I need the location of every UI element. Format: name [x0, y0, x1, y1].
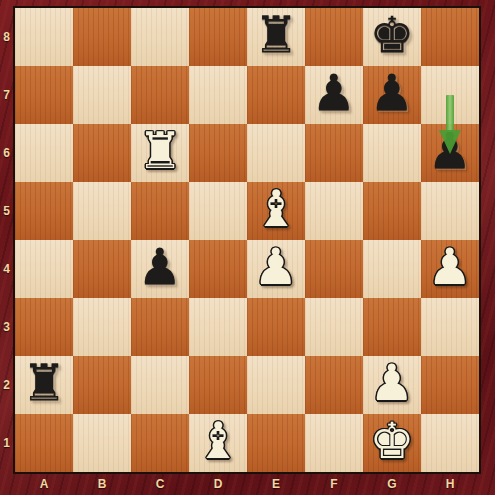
square-b1[interactable]: [73, 414, 131, 472]
square-d1[interactable]: ♝: [189, 414, 247, 472]
file-label-g: G: [363, 475, 421, 495]
black-pawn[interactable]: ♟: [428, 126, 473, 176]
square-f3[interactable]: [305, 298, 363, 356]
square-e1[interactable]: [247, 414, 305, 472]
white-pawn[interactable]: ♟: [254, 242, 299, 292]
square-b3[interactable]: [73, 298, 131, 356]
square-h7[interactable]: [421, 66, 479, 124]
square-g1[interactable]: ♚: [363, 414, 421, 472]
square-d5[interactable]: [189, 182, 247, 240]
square-c5[interactable]: [131, 182, 189, 240]
white-pawn[interactable]: ♟: [428, 242, 473, 292]
square-e5[interactable]: ♝: [247, 182, 305, 240]
file-label-f: F: [305, 475, 363, 495]
file-label-c: C: [131, 475, 189, 495]
square-a6[interactable]: [15, 124, 73, 182]
square-a2[interactable]: ♜: [15, 356, 73, 414]
white-king[interactable]: ♚: [370, 416, 415, 466]
board-outline: ♜♚♟♟♜♟♝♟♟♟♜♟♝♚: [13, 6, 481, 474]
square-d6[interactable]: [189, 124, 247, 182]
square-e3[interactable]: [247, 298, 305, 356]
chess-board: ♜♚♟♟♜♟♝♟♟♟♜♟♝♚: [15, 8, 479, 472]
black-rook[interactable]: ♜: [22, 358, 67, 408]
square-g8[interactable]: ♚: [363, 8, 421, 66]
white-rook[interactable]: ♜: [138, 126, 183, 176]
white-bishop[interactable]: ♝: [254, 184, 299, 234]
black-pawn[interactable]: ♟: [138, 242, 183, 292]
square-g5[interactable]: [363, 182, 421, 240]
rank-label-1: 1: [0, 414, 13, 472]
file-label-d: D: [189, 475, 247, 495]
square-e4[interactable]: ♟: [247, 240, 305, 298]
rank-label-3: 3: [0, 298, 13, 356]
square-g6[interactable]: [363, 124, 421, 182]
square-b2[interactable]: [73, 356, 131, 414]
rank-label-2: 2: [0, 356, 13, 414]
square-f6[interactable]: [305, 124, 363, 182]
black-pawn[interactable]: ♟: [370, 68, 415, 118]
square-b6[interactable]: [73, 124, 131, 182]
file-label-b: B: [73, 475, 131, 495]
rank-label-4: 4: [0, 240, 13, 298]
square-g4[interactable]: [363, 240, 421, 298]
square-e8[interactable]: ♜: [247, 8, 305, 66]
square-a7[interactable]: [15, 66, 73, 124]
square-h2[interactable]: [421, 356, 479, 414]
square-c2[interactable]: [131, 356, 189, 414]
square-f1[interactable]: [305, 414, 363, 472]
rank-label-5: 5: [0, 182, 13, 240]
square-h4[interactable]: ♟: [421, 240, 479, 298]
white-bishop[interactable]: ♝: [196, 416, 241, 466]
white-pawn[interactable]: ♟: [370, 358, 415, 408]
black-king[interactable]: ♚: [370, 10, 415, 60]
square-h1[interactable]: [421, 414, 479, 472]
square-h3[interactable]: [421, 298, 479, 356]
square-h6[interactable]: ♟: [421, 124, 479, 182]
square-c4[interactable]: ♟: [131, 240, 189, 298]
black-rook[interactable]: ♜: [254, 10, 299, 60]
square-c1[interactable]: [131, 414, 189, 472]
square-e2[interactable]: [247, 356, 305, 414]
chess-board-frame: ♜♚♟♟♜♟♝♟♟♟♜♟♝♚ 87654321 ABCDEFGH: [0, 0, 495, 495]
square-h5[interactable]: [421, 182, 479, 240]
rank-label-6: 6: [0, 124, 13, 182]
rank-label-8: 8: [0, 8, 13, 66]
square-d2[interactable]: [189, 356, 247, 414]
square-b5[interactable]: [73, 182, 131, 240]
square-f5[interactable]: [305, 182, 363, 240]
square-a1[interactable]: [15, 414, 73, 472]
square-a5[interactable]: [15, 182, 73, 240]
square-d3[interactable]: [189, 298, 247, 356]
square-f8[interactable]: [305, 8, 363, 66]
square-d7[interactable]: [189, 66, 247, 124]
square-a4[interactable]: [15, 240, 73, 298]
square-g2[interactable]: ♟: [363, 356, 421, 414]
rank-label-7: 7: [0, 66, 13, 124]
square-c6[interactable]: ♜: [131, 124, 189, 182]
square-f7[interactable]: ♟: [305, 66, 363, 124]
square-c8[interactable]: [131, 8, 189, 66]
square-g7[interactable]: ♟: [363, 66, 421, 124]
file-label-h: H: [421, 475, 479, 495]
square-d8[interactable]: [189, 8, 247, 66]
square-h8[interactable]: [421, 8, 479, 66]
square-c7[interactable]: [131, 66, 189, 124]
square-e6[interactable]: [247, 124, 305, 182]
file-label-e: E: [247, 475, 305, 495]
square-a3[interactable]: [15, 298, 73, 356]
square-f2[interactable]: [305, 356, 363, 414]
square-g3[interactable]: [363, 298, 421, 356]
file-label-a: A: [15, 475, 73, 495]
square-c3[interactable]: [131, 298, 189, 356]
square-a8[interactable]: [15, 8, 73, 66]
square-b8[interactable]: [73, 8, 131, 66]
black-pawn[interactable]: ♟: [312, 68, 357, 118]
square-d4[interactable]: [189, 240, 247, 298]
square-f4[interactable]: [305, 240, 363, 298]
square-e7[interactable]: [247, 66, 305, 124]
square-b4[interactable]: [73, 240, 131, 298]
square-b7[interactable]: [73, 66, 131, 124]
